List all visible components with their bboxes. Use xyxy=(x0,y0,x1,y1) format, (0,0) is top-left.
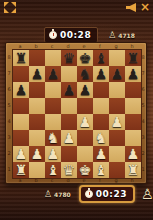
square-h7[interactable]: ♟ xyxy=(125,66,141,82)
expand-arrow-bl xyxy=(4,8,9,13)
black-queen: ♛ xyxy=(63,50,76,66)
square-f4[interactable] xyxy=(93,114,109,130)
close-icon[interactable]: × xyxy=(139,1,151,12)
black-pawn: ♟ xyxy=(111,66,124,82)
square-g3[interactable] xyxy=(109,130,125,146)
square-c4[interactable] xyxy=(45,114,61,130)
square-d2[interactable] xyxy=(61,146,77,162)
square-e2[interactable] xyxy=(77,146,93,162)
white-pawn: ♟ xyxy=(31,146,44,162)
black-rook: ♜ xyxy=(127,50,140,66)
square-d7[interactable] xyxy=(61,66,77,82)
pawn-badge-icon: ♙ xyxy=(108,31,116,40)
square-c7[interactable]: ♟ xyxy=(45,66,61,82)
square-a2[interactable]: ♟ xyxy=(13,146,29,162)
white-clock-active: 00:23 xyxy=(79,185,135,203)
white-player-bar: ♙ 4780 00:23 ♙ xyxy=(0,186,153,202)
square-a1[interactable]: ♜ xyxy=(13,162,29,178)
square-c6[interactable] xyxy=(45,82,61,98)
square-h8[interactable]: ♜ xyxy=(125,50,141,66)
fullscreen-icon[interactable] xyxy=(4,2,16,13)
square-h5[interactable] xyxy=(125,98,141,114)
pawn-badge-icon: ♙ xyxy=(44,190,52,199)
square-c3[interactable]: ♞ xyxy=(45,130,61,146)
square-c8[interactable] xyxy=(45,50,61,66)
white-pawn: ♟ xyxy=(15,146,28,162)
square-g5[interactable] xyxy=(109,98,125,114)
square-g6[interactable] xyxy=(109,82,125,98)
game-window: × 00:28 ♙ 4718 abcdefgh abcdefgh 8765432… xyxy=(0,0,153,220)
black-clock-time: 00:28 xyxy=(60,30,91,40)
square-a8[interactable]: ♜ xyxy=(13,50,29,66)
square-a7[interactable] xyxy=(13,66,29,82)
square-g7[interactable]: ♟ xyxy=(109,66,125,82)
black-pawn: ♟ xyxy=(15,82,28,98)
square-a4[interactable] xyxy=(13,114,29,130)
square-b8[interactable] xyxy=(29,50,45,66)
white-rook: ♜ xyxy=(15,162,28,178)
black-player-score: ♙ 4718 xyxy=(108,31,135,40)
square-a3[interactable] xyxy=(13,130,29,146)
white-queen: ♛ xyxy=(63,162,76,178)
square-g1[interactable] xyxy=(109,162,125,178)
square-d4[interactable] xyxy=(61,114,77,130)
black-pawn: ♟ xyxy=(63,82,76,98)
white-pawn: ♟ xyxy=(111,114,124,130)
black-king: ♚ xyxy=(79,50,92,66)
white-bishop: ♝ xyxy=(95,162,108,178)
square-e7[interactable]: ♞ xyxy=(77,66,93,82)
square-f3[interactable]: ♞ xyxy=(93,130,109,146)
black-clock: 00:28 xyxy=(44,27,98,43)
chess-board: ♜♛♚♝♜♟♟♞♟♟♟♟♟♟♟♟♞♟♞♟♟♟♟♟♜♝♛♚♝♜ xyxy=(12,49,142,179)
white-pawn: ♟ xyxy=(127,146,140,162)
black-bishop: ♝ xyxy=(95,50,108,66)
white-bishop: ♝ xyxy=(47,162,60,178)
square-b7[interactable]: ♟ xyxy=(29,66,45,82)
white-side-piece-icon: ♙ xyxy=(141,187,153,201)
square-d1[interactable]: ♛ xyxy=(61,162,77,178)
square-e1[interactable]: ♚ xyxy=(77,162,93,178)
square-b6[interactable] xyxy=(29,82,45,98)
expand-arrow-tl xyxy=(4,2,9,7)
white-knight: ♞ xyxy=(47,130,60,146)
black-pawn: ♟ xyxy=(95,66,108,82)
square-f1[interactable]: ♝ xyxy=(93,162,109,178)
stopwatch-icon xyxy=(85,190,93,198)
black-rook: ♜ xyxy=(15,50,28,66)
square-h4[interactable] xyxy=(125,114,141,130)
square-h2[interactable]: ♟ xyxy=(125,146,141,162)
white-king: ♚ xyxy=(79,162,92,178)
square-e6[interactable]: ♟ xyxy=(77,82,93,98)
black-pawn: ♟ xyxy=(47,66,60,82)
square-f8[interactable]: ♝ xyxy=(93,50,109,66)
square-b2[interactable]: ♟ xyxy=(29,146,45,162)
square-e4[interactable]: ♟ xyxy=(77,114,93,130)
square-h3[interactable] xyxy=(125,130,141,146)
square-a6[interactable]: ♟ xyxy=(13,82,29,98)
white-pawn: ♟ xyxy=(95,146,108,162)
square-c2[interactable]: ♟ xyxy=(45,146,61,162)
window-topbar: × xyxy=(0,2,153,15)
black-pawn: ♟ xyxy=(79,82,92,98)
square-g4[interactable]: ♟ xyxy=(109,114,125,130)
square-e3[interactable] xyxy=(77,130,93,146)
white-pawn: ♟ xyxy=(47,146,60,162)
square-b3[interactable] xyxy=(29,130,45,146)
white-knight: ♞ xyxy=(95,130,108,146)
sound-icon[interactable] xyxy=(125,2,137,13)
square-f5[interactable] xyxy=(93,98,109,114)
black-score-value: 4718 xyxy=(118,32,135,39)
chess-board-frame: abcdefgh abcdefgh 87654321 87654321 ♜♛♚♝… xyxy=(5,42,147,184)
black-pawn: ♟ xyxy=(127,66,140,82)
square-b5[interactable] xyxy=(29,98,45,114)
white-clock-time: 00:23 xyxy=(96,189,127,199)
square-c5[interactable] xyxy=(45,98,61,114)
black-player-bar: 00:28 ♙ 4718 xyxy=(0,27,153,43)
square-h6[interactable] xyxy=(125,82,141,98)
white-pawn: ♟ xyxy=(79,114,92,130)
white-player-score: ♙ 4780 xyxy=(44,190,71,199)
white-pawn: ♟ xyxy=(63,130,76,146)
square-e8[interactable]: ♚ xyxy=(77,50,93,66)
square-c1[interactable]: ♝ xyxy=(45,162,61,178)
square-a5[interactable] xyxy=(13,98,29,114)
square-f2[interactable]: ♟ xyxy=(93,146,109,162)
square-d3[interactable]: ♟ xyxy=(61,130,77,146)
square-f7[interactable]: ♟ xyxy=(93,66,109,82)
square-d6[interactable]: ♟ xyxy=(61,82,77,98)
square-g2[interactable] xyxy=(109,146,125,162)
square-g8[interactable] xyxy=(109,50,125,66)
white-score-value: 4780 xyxy=(54,191,71,198)
square-b1[interactable] xyxy=(29,162,45,178)
square-e5[interactable] xyxy=(77,98,93,114)
square-f6[interactable] xyxy=(93,82,109,98)
square-d5[interactable] xyxy=(61,98,77,114)
speaker-icon xyxy=(126,3,136,12)
stopwatch-icon xyxy=(49,31,57,39)
expand-arrow-tr xyxy=(11,2,16,7)
expand-arrow-br xyxy=(11,8,16,13)
black-pawn: ♟ xyxy=(31,66,44,82)
square-b4[interactable] xyxy=(29,114,45,130)
black-knight: ♞ xyxy=(79,66,92,82)
white-rook: ♜ xyxy=(127,162,140,178)
square-d8[interactable]: ♛ xyxy=(61,50,77,66)
square-h1[interactable]: ♜ xyxy=(125,162,141,178)
